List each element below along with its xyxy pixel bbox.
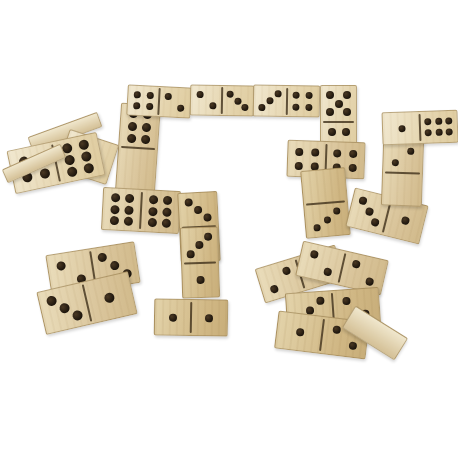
pip [177, 105, 184, 112]
pip [124, 205, 133, 214]
pip [281, 266, 291, 276]
pip [333, 149, 341, 157]
pip [124, 217, 133, 226]
pip [349, 149, 357, 157]
pip [67, 166, 79, 178]
pip [445, 117, 452, 124]
pip [46, 295, 58, 307]
pip [197, 91, 204, 98]
pip [72, 310, 84, 322]
pip [241, 104, 248, 111]
pip [306, 92, 313, 99]
pip [194, 206, 202, 214]
half-5 [321, 86, 356, 122]
half-6 [102, 188, 142, 231]
pip [400, 216, 410, 226]
pip [351, 259, 361, 269]
half-6 [419, 111, 457, 143]
half-3 [222, 86, 254, 116]
pip [227, 90, 234, 97]
domino-1-1[interactable] [154, 298, 229, 336]
pip [398, 125, 405, 132]
pip [326, 108, 334, 116]
pip [125, 194, 134, 203]
pip [342, 297, 351, 306]
pip [205, 314, 213, 322]
half-1 [155, 299, 192, 335]
pip [209, 103, 216, 110]
domino-6-6[interactable] [101, 187, 181, 234]
pip [56, 261, 66, 271]
pip [348, 163, 356, 171]
pip [169, 313, 177, 321]
pip [111, 193, 120, 202]
pip [306, 104, 313, 111]
pip [134, 91, 141, 98]
domino-1-6[interactable] [381, 110, 458, 146]
pip [80, 151, 92, 163]
half-1 [182, 262, 219, 298]
pip [78, 139, 90, 151]
pip [149, 195, 158, 204]
pip [162, 207, 171, 216]
pip [110, 204, 119, 213]
half-4 [286, 86, 319, 117]
pip [323, 216, 331, 224]
pip [295, 328, 304, 337]
pip [326, 91, 334, 99]
pip [127, 133, 137, 143]
pip [39, 168, 51, 180]
pip [364, 207, 374, 217]
pip [148, 206, 157, 215]
domino-0-3[interactable] [300, 167, 351, 239]
pip [148, 218, 157, 227]
pip [98, 253, 108, 263]
pip [296, 147, 304, 155]
pip [332, 325, 341, 334]
pip [316, 297, 325, 306]
pip [407, 147, 414, 154]
pip [128, 121, 138, 131]
pip [371, 218, 381, 228]
pip [234, 97, 241, 104]
pip [82, 162, 94, 174]
pip [358, 196, 368, 206]
pip [142, 122, 152, 132]
pip [333, 207, 341, 215]
half-3 [304, 201, 350, 238]
pip [161, 219, 170, 228]
half-3 [181, 227, 218, 263]
half-6 [140, 190, 180, 233]
pip [348, 342, 357, 351]
half-2 [383, 140, 423, 173]
pip [295, 161, 303, 169]
pip [203, 213, 211, 221]
half-0 [301, 168, 347, 205]
pip [445, 128, 452, 135]
half-3 [178, 192, 218, 228]
pip [435, 129, 442, 136]
pip [342, 128, 350, 136]
pip [335, 100, 343, 108]
half-4 [127, 85, 159, 116]
domino-3-4[interactable] [253, 84, 321, 117]
pip [293, 104, 300, 111]
half-2 [191, 85, 223, 115]
half-3 [254, 85, 287, 116]
pip [165, 93, 172, 100]
pip [314, 224, 322, 232]
pip [311, 148, 319, 156]
pip [146, 92, 153, 99]
pip [195, 241, 203, 249]
pip [309, 250, 319, 260]
domino-4-2[interactable] [126, 84, 192, 118]
pip [259, 104, 266, 111]
pip [365, 277, 375, 287]
pip [343, 91, 351, 99]
pip [110, 216, 119, 225]
pip [110, 260, 120, 270]
pip [141, 134, 151, 144]
domino-3-1[interactable] [180, 226, 220, 298]
domino-2-3[interactable] [190, 84, 255, 116]
pip [425, 129, 432, 136]
half-2 [158, 87, 190, 118]
pip [187, 250, 195, 258]
domino-2-0[interactable] [381, 139, 424, 206]
domino-divider [323, 121, 355, 123]
pip [267, 97, 274, 104]
half-1 [382, 112, 420, 144]
pip [146, 103, 153, 110]
pip [275, 90, 282, 97]
pip [270, 284, 280, 294]
pip [184, 198, 192, 206]
pip [293, 92, 300, 99]
pip [103, 292, 115, 304]
pip [343, 108, 351, 116]
pip [204, 233, 212, 241]
half-0 [116, 147, 157, 193]
pip [323, 267, 333, 277]
dominoes-table [0, 0, 458, 458]
pip [424, 118, 431, 125]
pip [196, 276, 204, 284]
pip [133, 102, 140, 109]
pip [435, 118, 442, 125]
half-0 [382, 172, 422, 205]
pip [328, 128, 336, 136]
half-1 [191, 300, 228, 336]
half-1 [275, 312, 324, 353]
pip [59, 302, 71, 314]
pip [391, 160, 398, 167]
pip [163, 196, 172, 205]
